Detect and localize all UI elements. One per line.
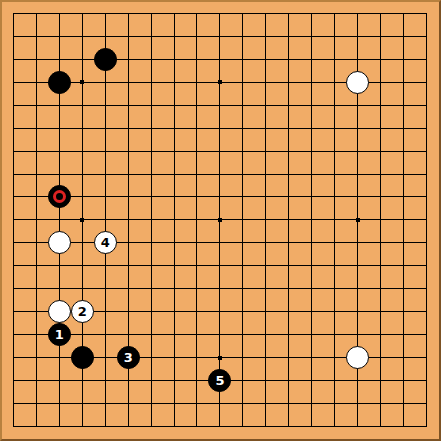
intersection: 1 <box>48 323 71 346</box>
intersection <box>140 369 163 392</box>
intersection <box>392 71 415 94</box>
intersection <box>208 48 231 71</box>
intersection <box>369 71 392 94</box>
intersection <box>140 186 163 209</box>
intersection <box>208 208 231 231</box>
intersection <box>392 346 415 369</box>
intersection <box>277 369 300 392</box>
intersection <box>186 323 209 346</box>
intersection <box>25 392 48 415</box>
intersection <box>369 48 392 71</box>
intersection <box>231 163 254 186</box>
intersection <box>415 300 438 323</box>
intersection <box>231 415 254 438</box>
intersection <box>277 163 300 186</box>
intersection <box>254 300 277 323</box>
intersection <box>25 254 48 277</box>
intersection <box>300 277 323 300</box>
intersection <box>208 415 231 438</box>
intersection <box>94 186 117 209</box>
intersection <box>186 415 209 438</box>
intersection <box>71 71 94 94</box>
intersection <box>323 94 346 117</box>
intersection <box>254 369 277 392</box>
intersection <box>94 392 117 415</box>
move-number: 4 <box>101 236 110 249</box>
intersection <box>277 186 300 209</box>
intersection <box>48 254 71 277</box>
intersection <box>346 2 369 25</box>
intersection <box>163 163 186 186</box>
intersection <box>163 392 186 415</box>
intersection <box>254 346 277 369</box>
intersection <box>415 415 438 438</box>
intersection <box>2 300 25 323</box>
intersection <box>346 346 369 369</box>
intersection <box>140 415 163 438</box>
intersection <box>117 2 140 25</box>
intersection <box>2 71 25 94</box>
intersection <box>277 2 300 25</box>
intersection <box>163 277 186 300</box>
intersection <box>254 163 277 186</box>
intersection <box>369 2 392 25</box>
intersection <box>71 186 94 209</box>
intersection <box>231 254 254 277</box>
intersection <box>346 186 369 209</box>
intersection: 5 <box>208 369 231 392</box>
intersection <box>2 346 25 369</box>
intersection <box>117 300 140 323</box>
intersection <box>323 300 346 323</box>
intersection <box>300 186 323 209</box>
intersection <box>231 231 254 254</box>
intersection <box>94 117 117 140</box>
intersection <box>415 163 438 186</box>
intersection <box>48 369 71 392</box>
intersection <box>415 323 438 346</box>
intersection <box>2 392 25 415</box>
intersection <box>163 323 186 346</box>
intersection <box>392 94 415 117</box>
intersection <box>415 117 438 140</box>
intersection <box>48 208 71 231</box>
intersection <box>25 186 48 209</box>
black-stone-move-1: 1 <box>48 323 71 346</box>
intersection <box>48 71 71 94</box>
intersection <box>300 25 323 48</box>
intersection <box>48 48 71 71</box>
intersection <box>277 48 300 71</box>
intersection <box>186 369 209 392</box>
intersection <box>2 2 25 25</box>
intersection <box>163 415 186 438</box>
circle-marker <box>53 190 66 203</box>
intersection <box>186 346 209 369</box>
intersection <box>392 323 415 346</box>
intersection <box>25 117 48 140</box>
intersection <box>208 163 231 186</box>
intersection <box>25 369 48 392</box>
intersection <box>94 140 117 163</box>
intersection <box>48 392 71 415</box>
intersection <box>415 2 438 25</box>
intersection <box>415 277 438 300</box>
intersection <box>2 163 25 186</box>
intersection <box>323 208 346 231</box>
intersection <box>186 94 209 117</box>
intersection <box>392 300 415 323</box>
intersection <box>277 323 300 346</box>
intersection <box>346 94 369 117</box>
intersection <box>71 392 94 415</box>
intersection <box>140 117 163 140</box>
intersection <box>186 231 209 254</box>
intersection <box>25 94 48 117</box>
intersection <box>369 369 392 392</box>
intersection: 4 <box>94 231 117 254</box>
intersection <box>2 323 25 346</box>
intersection <box>323 25 346 48</box>
white-stone-move-2: 2 <box>71 300 94 323</box>
intersection <box>2 277 25 300</box>
intersection <box>392 392 415 415</box>
intersection <box>117 48 140 71</box>
hoshi-point <box>218 218 222 222</box>
intersection <box>277 231 300 254</box>
intersection <box>300 140 323 163</box>
intersection <box>71 163 94 186</box>
intersection <box>300 323 323 346</box>
intersection <box>254 392 277 415</box>
intersection <box>71 140 94 163</box>
intersection <box>2 369 25 392</box>
intersection <box>231 140 254 163</box>
intersection <box>163 25 186 48</box>
intersection <box>2 94 25 117</box>
intersection <box>163 2 186 25</box>
intersection <box>323 392 346 415</box>
intersection <box>254 415 277 438</box>
intersection <box>323 140 346 163</box>
hoshi-point <box>218 80 222 84</box>
intersection <box>2 140 25 163</box>
intersection <box>415 346 438 369</box>
intersection <box>163 94 186 117</box>
intersection <box>277 346 300 369</box>
intersection <box>415 25 438 48</box>
intersection <box>415 48 438 71</box>
intersection <box>300 117 323 140</box>
intersection <box>25 163 48 186</box>
intersection <box>117 71 140 94</box>
intersection <box>392 25 415 48</box>
black-stone-move-3: 3 <box>117 346 140 369</box>
intersection <box>2 48 25 71</box>
intersection <box>277 277 300 300</box>
intersection <box>369 231 392 254</box>
intersection <box>117 323 140 346</box>
intersection <box>254 25 277 48</box>
intersection <box>415 392 438 415</box>
intersection <box>186 392 209 415</box>
intersection <box>25 25 48 48</box>
intersection <box>71 48 94 71</box>
intersection <box>2 117 25 140</box>
intersection <box>231 71 254 94</box>
intersection <box>71 2 94 25</box>
intersection <box>346 300 369 323</box>
intersection <box>94 71 117 94</box>
intersection <box>163 140 186 163</box>
intersection <box>117 117 140 140</box>
intersection <box>71 94 94 117</box>
intersection <box>254 186 277 209</box>
intersection <box>208 346 231 369</box>
intersection <box>323 231 346 254</box>
intersection <box>346 369 369 392</box>
intersection <box>117 254 140 277</box>
intersection <box>346 415 369 438</box>
intersection <box>25 48 48 71</box>
intersection <box>117 94 140 117</box>
intersection <box>231 2 254 25</box>
intersection <box>25 140 48 163</box>
intersection <box>346 208 369 231</box>
intersection <box>48 25 71 48</box>
intersection <box>94 25 117 48</box>
white-stone <box>346 71 369 94</box>
white-stone <box>48 231 71 254</box>
intersection <box>94 415 117 438</box>
intersection <box>163 117 186 140</box>
intersection <box>117 392 140 415</box>
intersection <box>186 186 209 209</box>
intersection <box>48 346 71 369</box>
intersection <box>392 48 415 71</box>
intersection: 2 <box>71 300 94 323</box>
intersection <box>2 25 25 48</box>
intersection <box>208 117 231 140</box>
intersection <box>369 323 392 346</box>
intersection <box>415 208 438 231</box>
intersection <box>323 71 346 94</box>
intersection <box>71 117 94 140</box>
intersection <box>25 346 48 369</box>
intersection <box>346 117 369 140</box>
intersection <box>323 415 346 438</box>
intersection <box>2 208 25 231</box>
intersection <box>231 300 254 323</box>
intersection <box>300 369 323 392</box>
intersection <box>300 2 323 25</box>
intersection <box>186 25 209 48</box>
intersection <box>186 71 209 94</box>
intersection <box>300 163 323 186</box>
intersection <box>186 117 209 140</box>
intersection <box>346 71 369 94</box>
intersection <box>346 254 369 277</box>
intersection <box>369 392 392 415</box>
intersection <box>415 369 438 392</box>
intersection <box>415 94 438 117</box>
intersection <box>140 277 163 300</box>
intersection <box>369 117 392 140</box>
intersection <box>186 208 209 231</box>
white-stone-move-4: 4 <box>94 231 117 254</box>
intersection <box>117 140 140 163</box>
intersection <box>231 323 254 346</box>
intersection <box>254 117 277 140</box>
intersection <box>369 254 392 277</box>
intersection <box>71 323 94 346</box>
intersection <box>277 415 300 438</box>
intersection <box>163 346 186 369</box>
intersection <box>231 277 254 300</box>
intersection <box>2 186 25 209</box>
intersection <box>323 117 346 140</box>
intersection <box>323 2 346 25</box>
intersection <box>186 300 209 323</box>
intersection <box>71 277 94 300</box>
intersection <box>369 94 392 117</box>
intersection <box>277 300 300 323</box>
intersection <box>94 2 117 25</box>
intersection <box>323 48 346 71</box>
intersection <box>2 415 25 438</box>
intersection <box>300 300 323 323</box>
intersection <box>254 71 277 94</box>
intersection <box>392 117 415 140</box>
intersection <box>277 25 300 48</box>
intersection <box>208 186 231 209</box>
intersection <box>300 208 323 231</box>
intersection <box>254 231 277 254</box>
intersection <box>231 48 254 71</box>
intersection <box>369 415 392 438</box>
intersection <box>300 231 323 254</box>
intersection <box>300 94 323 117</box>
intersection <box>254 277 277 300</box>
intersection <box>48 94 71 117</box>
intersection <box>163 300 186 323</box>
intersection <box>208 392 231 415</box>
intersection <box>277 94 300 117</box>
intersection <box>208 25 231 48</box>
intersection <box>163 48 186 71</box>
intersection <box>186 277 209 300</box>
intersection <box>415 231 438 254</box>
intersection <box>140 208 163 231</box>
intersection <box>231 25 254 48</box>
intersection <box>140 392 163 415</box>
intersection <box>163 186 186 209</box>
intersection <box>25 231 48 254</box>
black-stone <box>48 185 71 208</box>
intersection <box>323 254 346 277</box>
intersection <box>186 163 209 186</box>
intersection <box>254 208 277 231</box>
intersection <box>94 163 117 186</box>
intersection <box>140 140 163 163</box>
intersection <box>163 231 186 254</box>
intersection <box>323 277 346 300</box>
intersection <box>231 369 254 392</box>
intersection <box>94 323 117 346</box>
intersection <box>392 254 415 277</box>
hoshi-point <box>80 80 84 84</box>
intersection <box>163 71 186 94</box>
intersection <box>254 323 277 346</box>
intersection <box>300 392 323 415</box>
intersection <box>208 254 231 277</box>
intersection <box>231 94 254 117</box>
hoshi-point <box>356 218 360 222</box>
intersection <box>25 2 48 25</box>
intersection <box>140 254 163 277</box>
intersection <box>71 415 94 438</box>
intersection <box>369 208 392 231</box>
intersection <box>392 208 415 231</box>
intersection <box>346 48 369 71</box>
intersection <box>231 208 254 231</box>
white-stone <box>48 300 71 323</box>
intersection <box>2 254 25 277</box>
intersection <box>186 254 209 277</box>
move-number: 5 <box>215 374 224 387</box>
intersection <box>117 369 140 392</box>
white-stone <box>346 346 369 369</box>
intersection <box>71 25 94 48</box>
intersection <box>369 163 392 186</box>
intersection <box>415 186 438 209</box>
move-number: 2 <box>78 305 87 318</box>
intersection <box>300 415 323 438</box>
intersection <box>323 369 346 392</box>
intersection <box>231 186 254 209</box>
intersection <box>346 163 369 186</box>
black-stone <box>48 71 71 94</box>
intersection <box>415 254 438 277</box>
intersection <box>369 300 392 323</box>
intersection <box>208 300 231 323</box>
intersection <box>208 231 231 254</box>
intersection <box>117 186 140 209</box>
intersection <box>254 2 277 25</box>
intersection <box>186 140 209 163</box>
intersection <box>186 48 209 71</box>
intersection <box>346 231 369 254</box>
intersection <box>277 71 300 94</box>
hoshi-point <box>80 218 84 222</box>
intersection <box>48 231 71 254</box>
intersection <box>71 231 94 254</box>
intersection <box>323 323 346 346</box>
intersection <box>231 392 254 415</box>
intersection <box>163 254 186 277</box>
intersection <box>94 346 117 369</box>
intersection <box>140 71 163 94</box>
intersection <box>369 346 392 369</box>
intersection <box>71 346 94 369</box>
intersection <box>415 71 438 94</box>
intersection <box>48 186 71 209</box>
intersection <box>208 323 231 346</box>
intersection <box>94 48 117 71</box>
intersection <box>48 140 71 163</box>
intersection <box>346 140 369 163</box>
intersection <box>140 94 163 117</box>
